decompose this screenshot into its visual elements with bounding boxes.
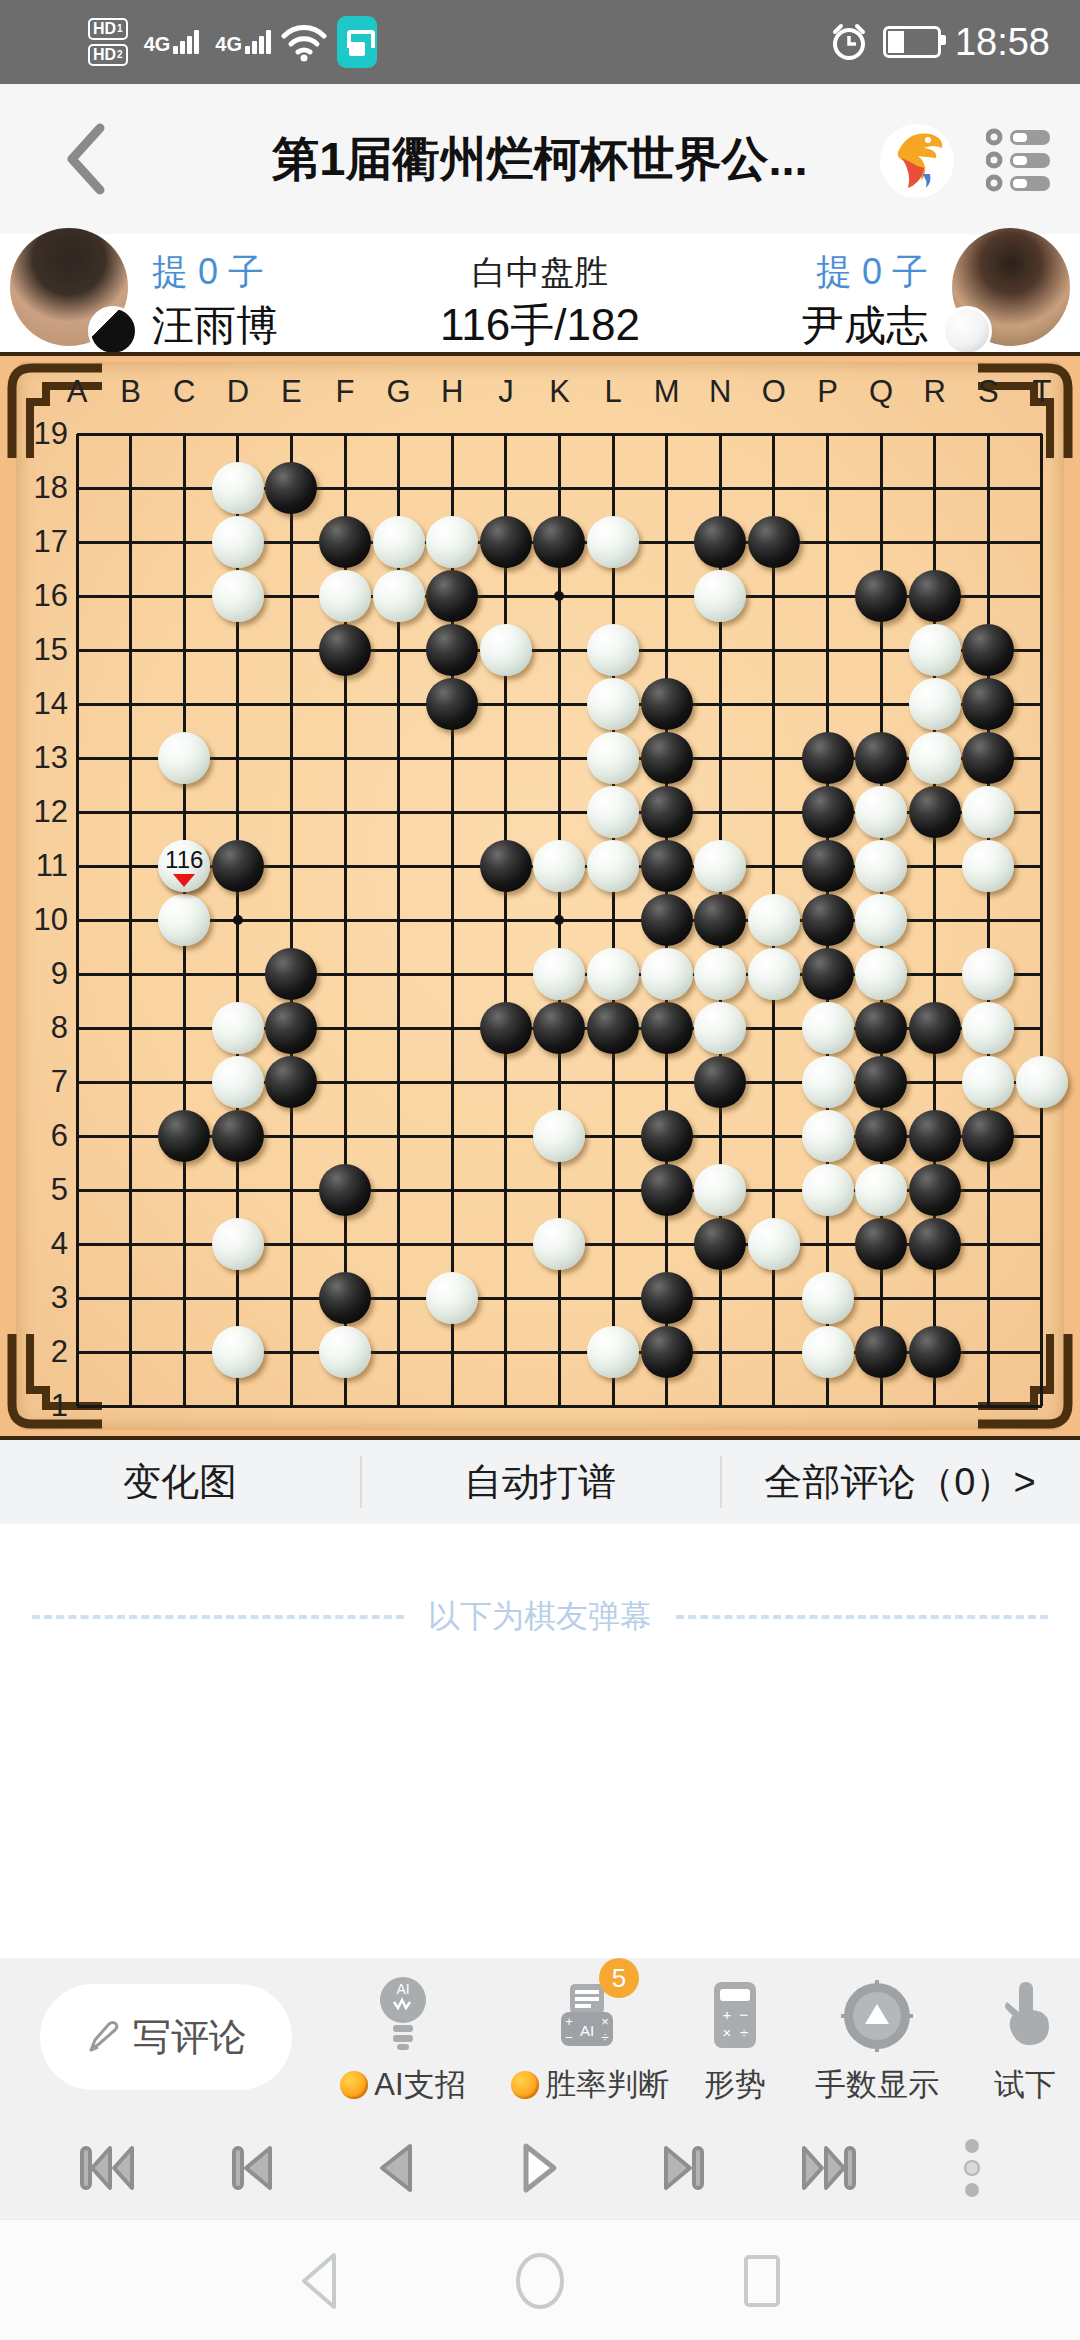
coord-number: 5 bbox=[8, 1172, 68, 1208]
stone-black-M2 bbox=[641, 1326, 693, 1378]
stone-white-K4 bbox=[533, 1218, 585, 1270]
coord-number: 11 bbox=[8, 848, 68, 884]
stone-white-O9 bbox=[748, 948, 800, 1000]
stone-black-Q2 bbox=[855, 1326, 907, 1378]
status-bar: HD1 HD2 4G 4G 18:58 bbox=[0, 0, 1080, 84]
write-comment-input[interactable]: 写评论 bbox=[40, 1984, 292, 2090]
hd2-icon: HD2 bbox=[88, 44, 128, 66]
star-point bbox=[554, 591, 564, 601]
stone-black-O17 bbox=[748, 516, 800, 568]
prev-10-button[interactable] bbox=[220, 2136, 284, 2200]
stone-white-Q5 bbox=[855, 1164, 907, 1216]
black-player-name: 汪雨博 bbox=[152, 298, 278, 354]
coord-letter: F bbox=[315, 374, 375, 410]
stone-white-C10 bbox=[158, 894, 210, 946]
go-to-start-button[interactable] bbox=[76, 2136, 140, 2200]
winrate-badge: 5 bbox=[599, 1958, 639, 1998]
coord-letter: R bbox=[905, 374, 965, 410]
stone-white-N16 bbox=[694, 570, 746, 622]
stone-black-R5 bbox=[909, 1164, 961, 1216]
svg-text:AI: AI bbox=[580, 2022, 594, 2039]
stone-white-F2 bbox=[319, 1326, 371, 1378]
stone-white-T7 bbox=[1016, 1056, 1068, 1108]
stone-white-D4 bbox=[212, 1218, 264, 1270]
stone-black-P11 bbox=[802, 840, 854, 892]
stone-black-E7 bbox=[265, 1056, 317, 1108]
play-next-move-button[interactable] bbox=[508, 2136, 572, 2200]
star-point bbox=[554, 915, 564, 925]
svg-text:÷: ÷ bbox=[601, 2030, 608, 2045]
coord-number: 15 bbox=[8, 632, 68, 668]
prev-move-button[interactable] bbox=[364, 2136, 428, 2200]
stone-black-F3 bbox=[319, 1272, 371, 1324]
stone-black-M14 bbox=[641, 678, 693, 730]
stone-black-H16 bbox=[426, 570, 478, 622]
coin-icon bbox=[511, 2071, 539, 2099]
tab-bar: 变化图 自动打谱 全部评论（0）> bbox=[0, 1440, 1080, 1524]
try-move-button[interactable]: 试下 bbox=[940, 1972, 1080, 2106]
dial-icon bbox=[839, 1972, 915, 2056]
stone-black-P10 bbox=[802, 894, 854, 946]
stone-white-D16 bbox=[212, 570, 264, 622]
coord-letter: S bbox=[958, 374, 1018, 410]
stone-black-S13 bbox=[962, 732, 1014, 784]
grid-line bbox=[987, 434, 990, 1406]
coord-number: 17 bbox=[8, 524, 68, 560]
coord-number: 8 bbox=[8, 1010, 68, 1046]
stone-white-S12 bbox=[962, 786, 1014, 838]
coord-number: 3 bbox=[8, 1280, 68, 1316]
stone-white-L11 bbox=[587, 840, 639, 892]
coord-number: 19 bbox=[8, 416, 68, 452]
stone-white-J15 bbox=[480, 624, 532, 676]
stone-black-F17 bbox=[319, 516, 371, 568]
hotspot-app-icon bbox=[337, 16, 377, 68]
stone-black-R12 bbox=[909, 786, 961, 838]
stone-white-D17 bbox=[212, 516, 264, 568]
stone-black-M6 bbox=[641, 1110, 693, 1162]
coord-letter: A bbox=[47, 374, 107, 410]
coord-letter: B bbox=[101, 374, 161, 410]
stone-white-L14 bbox=[587, 678, 639, 730]
stone-white-L12 bbox=[587, 786, 639, 838]
coord-number: 1 bbox=[8, 1388, 68, 1424]
svg-text:−: − bbox=[740, 2006, 749, 2023]
stone-black-D6 bbox=[212, 1110, 264, 1162]
white-stone-badge-icon bbox=[942, 306, 992, 356]
stone-white-M9 bbox=[641, 948, 693, 1000]
stone-black-D11 bbox=[212, 840, 264, 892]
coin-icon bbox=[340, 2071, 368, 2099]
coord-number: 10 bbox=[8, 902, 68, 938]
stone-black-Q7 bbox=[855, 1056, 907, 1108]
coord-letter: M bbox=[637, 374, 697, 410]
stone-white-R14 bbox=[909, 678, 961, 730]
coord-letter: H bbox=[422, 374, 482, 410]
coord-letter: D bbox=[208, 374, 268, 410]
stone-white-D18 bbox=[212, 462, 264, 514]
svg-text:−: − bbox=[565, 2030, 573, 2045]
coord-number: 9 bbox=[8, 956, 68, 992]
go-board[interactable]: ABCDEFGHJKLMNOPQRST191817161514131211109… bbox=[0, 352, 1080, 1440]
stone-white-L2 bbox=[587, 1326, 639, 1378]
black-captures-label: 提 0 子 bbox=[152, 248, 264, 297]
coord-number: 14 bbox=[8, 686, 68, 722]
last-move-number: 116 bbox=[158, 846, 210, 874]
stone-white-L9 bbox=[587, 948, 639, 1000]
stone-white-S7 bbox=[962, 1056, 1014, 1108]
stone-black-P9 bbox=[802, 948, 854, 1000]
pen-icon bbox=[85, 2020, 119, 2054]
stone-black-M13 bbox=[641, 732, 693, 784]
star-point bbox=[233, 915, 243, 925]
stone-black-M11 bbox=[641, 840, 693, 892]
grid-line bbox=[1040, 434, 1043, 1406]
svg-text:AI: AI bbox=[396, 1981, 409, 1997]
ai-bulb-icon: AI bbox=[372, 1972, 434, 2056]
coord-letter: T bbox=[1012, 374, 1072, 410]
stone-white-P5 bbox=[802, 1164, 854, 1216]
stone-black-J8 bbox=[480, 1002, 532, 1054]
hd1-icon: HD1 bbox=[88, 18, 128, 40]
stone-white-Q10 bbox=[855, 894, 907, 946]
android-nav-bar bbox=[0, 2219, 1080, 2340]
stone-black-L8 bbox=[587, 1002, 639, 1054]
stone-white-K6 bbox=[533, 1110, 585, 1162]
ai-hint-button[interactable]: AI AI支招 bbox=[318, 1972, 488, 2106]
danmaku-divider-label: 以下为棋友弹幕 bbox=[428, 1595, 652, 1639]
stone-black-Q6 bbox=[855, 1110, 907, 1162]
stone-black-M5 bbox=[641, 1164, 693, 1216]
hd-sim-indicators: HD1 HD2 bbox=[88, 18, 128, 66]
stone-black-S15 bbox=[962, 624, 1014, 676]
stone-black-S14 bbox=[962, 678, 1014, 730]
stone-white-D8 bbox=[212, 1002, 264, 1054]
stone-white-D2 bbox=[212, 1326, 264, 1378]
stone-white-P7 bbox=[802, 1056, 854, 1108]
stone-white-G17 bbox=[373, 516, 425, 568]
coord-letter: N bbox=[690, 374, 750, 410]
stone-black-E8 bbox=[265, 1002, 317, 1054]
coord-number: 12 bbox=[8, 794, 68, 830]
ai-hint-label: AI支招 bbox=[374, 2064, 465, 2106]
stone-black-Q13 bbox=[855, 732, 907, 784]
svg-text:÷: ÷ bbox=[740, 2024, 748, 2041]
stone-black-C6 bbox=[158, 1110, 210, 1162]
coord-number: 13 bbox=[8, 740, 68, 776]
alarm-clock-icon bbox=[829, 22, 869, 62]
write-comment-placeholder: 写评论 bbox=[133, 2012, 247, 2063]
wifi-icon bbox=[281, 22, 327, 62]
back-button[interactable] bbox=[60, 122, 110, 196]
stone-black-N7 bbox=[694, 1056, 746, 1108]
stone-black-E18 bbox=[265, 462, 317, 514]
more-options-button[interactable] bbox=[940, 2136, 1004, 2200]
stone-black-Q16 bbox=[855, 570, 907, 622]
stone-white-S8 bbox=[962, 1002, 1014, 1054]
move-numbers-button[interactable]: 手数显示 bbox=[792, 1972, 962, 2106]
move-progress: 116手/182 bbox=[440, 296, 640, 355]
stone-white-S9 bbox=[962, 948, 1014, 1000]
stone-white-Q9 bbox=[855, 948, 907, 1000]
grid-line bbox=[77, 1405, 1042, 1408]
stone-white-Q12 bbox=[855, 786, 907, 838]
stone-black-F15 bbox=[319, 624, 371, 676]
coord-letter: K bbox=[529, 374, 589, 410]
divider-dash bbox=[32, 1615, 404, 1619]
page-title: 第1届衢州烂柯杯世界公... bbox=[272, 128, 807, 191]
stone-white-O10 bbox=[748, 894, 800, 946]
stone-black-H15 bbox=[426, 624, 478, 676]
svg-text:×: × bbox=[601, 2014, 609, 2029]
coord-number: 7 bbox=[8, 1064, 68, 1100]
stone-white-L17 bbox=[587, 516, 639, 568]
white-captures-label: 提 0 子 bbox=[816, 248, 928, 297]
menu-list-icon[interactable] bbox=[986, 128, 1052, 192]
last-move-stone-C11: 116 bbox=[158, 840, 210, 892]
stone-white-F16 bbox=[319, 570, 371, 622]
coord-number: 18 bbox=[8, 470, 68, 506]
stone-black-N10 bbox=[694, 894, 746, 946]
stone-white-H17 bbox=[426, 516, 478, 568]
tab-auto-replay[interactable]: 自动打谱 bbox=[360, 1440, 720, 1524]
stone-black-S6 bbox=[962, 1110, 1014, 1162]
stone-black-R6 bbox=[909, 1110, 961, 1162]
stone-white-P3 bbox=[802, 1272, 854, 1324]
stone-white-G16 bbox=[373, 570, 425, 622]
tab-variation-diagram[interactable]: 变化图 bbox=[0, 1440, 360, 1524]
stone-black-Q8 bbox=[855, 1002, 907, 1054]
stone-black-P12 bbox=[802, 786, 854, 838]
clock-time: 18:58 bbox=[955, 21, 1050, 64]
stone-black-P13 bbox=[802, 732, 854, 784]
stone-white-Q11 bbox=[855, 840, 907, 892]
header: 第1届衢州烂柯杯世界公... bbox=[0, 84, 1080, 235]
stone-white-K9 bbox=[533, 948, 585, 1000]
stone-white-N11 bbox=[694, 840, 746, 892]
coord-letter: P bbox=[798, 374, 858, 410]
stone-black-M8 bbox=[641, 1002, 693, 1054]
battery-icon bbox=[883, 26, 941, 58]
stone-black-R16 bbox=[909, 570, 961, 622]
coord-number: 16 bbox=[8, 578, 68, 614]
stone-white-C13 bbox=[158, 732, 210, 784]
next-10-button[interactable] bbox=[652, 2136, 716, 2200]
stone-white-N5 bbox=[694, 1164, 746, 1216]
stone-white-N9 bbox=[694, 948, 746, 1000]
winrate-machine-icon: AI + × − ÷ 5 bbox=[553, 1972, 627, 2056]
board-grid: ABCDEFGHJKLMNOPQRST191817161514131211109… bbox=[0, 352, 1080, 1440]
stone-white-H3 bbox=[426, 1272, 478, 1324]
move-numbers-label: 手数显示 bbox=[815, 2064, 939, 2106]
stone-white-P6 bbox=[802, 1110, 854, 1162]
stone-white-P8 bbox=[802, 1002, 854, 1054]
grid-line bbox=[77, 1297, 1042, 1300]
svg-text:+: + bbox=[723, 2006, 732, 2023]
svg-text:+: + bbox=[565, 2014, 573, 2029]
stone-white-D7 bbox=[212, 1056, 264, 1108]
stone-white-L13 bbox=[587, 732, 639, 784]
coord-letter: C bbox=[154, 374, 214, 410]
stone-white-O4 bbox=[748, 1218, 800, 1270]
danmaku-divider: 以下为棋友弹幕 bbox=[0, 1592, 1080, 1642]
stone-black-M10 bbox=[641, 894, 693, 946]
nav-home-button[interactable] bbox=[510, 2249, 570, 2313]
stone-black-N17 bbox=[694, 516, 746, 568]
eagle-logo-icon[interactable] bbox=[878, 122, 956, 200]
game-result: 白中盘胜 bbox=[472, 250, 608, 296]
divider-dash bbox=[676, 1615, 1048, 1619]
stone-black-R4 bbox=[909, 1218, 961, 1270]
coord-letter: Q bbox=[851, 374, 911, 410]
players-panel: 提 0 子 汪雨博 白中盘胜 116手/182 提 0 子 尹成志 bbox=[0, 234, 1080, 352]
stone-white-R13 bbox=[909, 732, 961, 784]
grid-line bbox=[612, 434, 615, 1406]
stone-white-L15 bbox=[587, 624, 639, 676]
coord-letter: J bbox=[476, 374, 536, 410]
stone-black-J17 bbox=[480, 516, 532, 568]
calculator-icon: + − × ÷ bbox=[705, 1972, 765, 2056]
stone-white-N8 bbox=[694, 1002, 746, 1054]
coord-letter: O bbox=[744, 374, 804, 410]
stone-white-P2 bbox=[802, 1326, 854, 1378]
black-stone-badge-icon bbox=[88, 306, 138, 356]
stone-white-R15 bbox=[909, 624, 961, 676]
stone-black-M3 bbox=[641, 1272, 693, 1324]
situation-label: 形势 bbox=[704, 2064, 766, 2106]
last-move-marker-triangle bbox=[173, 874, 195, 887]
svg-text:×: × bbox=[723, 2024, 732, 2041]
stone-black-K17 bbox=[533, 516, 585, 568]
white-player-name: 尹成志 bbox=[802, 298, 928, 354]
tab-all-comments[interactable]: 全部评论（0）> bbox=[720, 1440, 1080, 1524]
signal-4g-sim1-icon: 4G bbox=[144, 30, 200, 54]
nav-back-button[interactable] bbox=[292, 2249, 344, 2313]
nav-recents-button[interactable] bbox=[736, 2249, 788, 2313]
stone-black-H14 bbox=[426, 678, 478, 730]
coord-letter: E bbox=[261, 374, 321, 410]
signal-4g-sim2-icon: 4G bbox=[215, 30, 271, 54]
coord-number: 2 bbox=[8, 1334, 68, 1370]
stone-black-M12 bbox=[641, 786, 693, 838]
coord-number: 6 bbox=[8, 1118, 68, 1154]
stone-white-K11 bbox=[533, 840, 585, 892]
stone-black-J11 bbox=[480, 840, 532, 892]
bottom-toolbar: 写评论 AI AI支招 AI + × − ÷ bbox=[0, 1958, 1080, 2219]
playback-controls bbox=[0, 2128, 1080, 2208]
stone-black-E9 bbox=[265, 948, 317, 1000]
coord-letter: L bbox=[583, 374, 643, 410]
stone-black-Q4 bbox=[855, 1218, 907, 1270]
stone-black-K8 bbox=[533, 1002, 585, 1054]
stone-white-S11 bbox=[962, 840, 1014, 892]
coord-letter: G bbox=[369, 374, 429, 410]
go-to-end-button[interactable] bbox=[796, 2136, 860, 2200]
stone-black-F5 bbox=[319, 1164, 371, 1216]
stone-black-N4 bbox=[694, 1218, 746, 1270]
stone-black-R2 bbox=[909, 1326, 961, 1378]
coord-number: 4 bbox=[8, 1226, 68, 1262]
stone-black-R8 bbox=[909, 1002, 961, 1054]
hand-pointer-icon bbox=[993, 1972, 1057, 2056]
try-move-label: 试下 bbox=[994, 2064, 1056, 2106]
